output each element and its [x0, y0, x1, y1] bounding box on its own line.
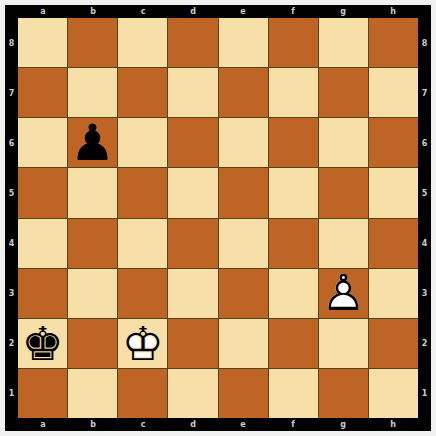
- square-h1[interactable]: [369, 369, 418, 418]
- square-e7[interactable]: [219, 68, 268, 117]
- square-f8[interactable]: [269, 18, 318, 67]
- square-g3[interactable]: ♟♙: [319, 269, 368, 318]
- square-e5[interactable]: [219, 168, 268, 217]
- file-label-b: b: [68, 418, 118, 431]
- rank-label-6: 6: [418, 118, 431, 168]
- file-label-g: g: [318, 418, 368, 431]
- square-c8[interactable]: [118, 18, 167, 67]
- square-e4[interactable]: [219, 219, 268, 268]
- square-d8[interactable]: [168, 18, 217, 67]
- square-h2[interactable]: [369, 319, 418, 368]
- file-label-e: e: [218, 5, 268, 18]
- square-a4[interactable]: [18, 219, 67, 268]
- file-label-a: a: [18, 5, 68, 18]
- square-d7[interactable]: [168, 68, 217, 117]
- file-label-f: f: [268, 5, 318, 18]
- rank-label-3: 3: [418, 268, 431, 318]
- square-b2[interactable]: [68, 319, 117, 368]
- chessboard: ♟♟♙♚♚♔: [18, 18, 418, 418]
- square-c7[interactable]: [118, 68, 167, 117]
- square-b8[interactable]: [68, 18, 117, 67]
- square-b4[interactable]: [68, 219, 117, 268]
- rank-label-6: 6: [5, 118, 18, 168]
- file-label-a: a: [18, 418, 68, 431]
- black-king-glyph: ♚: [21, 320, 63, 367]
- rank-labels-left: 87654321: [5, 18, 18, 418]
- rank-label-8: 8: [5, 18, 18, 68]
- rank-label-7: 7: [418, 68, 431, 118]
- rank-label-5: 5: [418, 168, 431, 218]
- square-g5[interactable]: [319, 168, 368, 217]
- file-labels-bottom: abcdefgh: [18, 418, 418, 431]
- square-d3[interactable]: [168, 269, 217, 318]
- square-e3[interactable]: [219, 269, 268, 318]
- file-label-b: b: [68, 5, 118, 18]
- square-e2[interactable]: [219, 319, 268, 368]
- rank-label-4: 4: [418, 218, 431, 268]
- square-a3[interactable]: [18, 269, 67, 318]
- square-g6[interactable]: [319, 118, 368, 167]
- rank-labels-right: 87654321: [418, 18, 431, 418]
- square-f6[interactable]: [269, 118, 318, 167]
- white-pawn-outline: ♙: [321, 268, 366, 318]
- file-label-c: c: [118, 5, 168, 18]
- square-f1[interactable]: [269, 369, 318, 418]
- black-king[interactable]: ♚: [18, 319, 67, 368]
- rank-label-4: 4: [5, 218, 18, 268]
- square-a2[interactable]: ♚: [18, 319, 67, 368]
- square-b3[interactable]: [68, 269, 117, 318]
- square-g4[interactable]: [319, 219, 368, 268]
- file-label-c: c: [118, 418, 168, 431]
- rank-label-8: 8: [418, 18, 431, 68]
- file-label-d: d: [168, 5, 218, 18]
- rank-label-2: 2: [418, 318, 431, 368]
- square-a1[interactable]: [18, 369, 67, 418]
- square-e8[interactable]: [219, 18, 268, 67]
- square-a7[interactable]: [18, 68, 67, 117]
- file-label-g: g: [318, 5, 368, 18]
- rank-label-1: 1: [5, 368, 18, 418]
- white-king-outline: ♔: [122, 320, 164, 367]
- square-h4[interactable]: [369, 219, 418, 268]
- square-h6[interactable]: [369, 118, 418, 167]
- square-f3[interactable]: [269, 269, 318, 318]
- file-labels-top: abcdefgh: [18, 5, 418, 18]
- square-f5[interactable]: [269, 168, 318, 217]
- rank-label-7: 7: [5, 68, 18, 118]
- square-g8[interactable]: [319, 18, 368, 67]
- rank-label-3: 3: [5, 268, 18, 318]
- square-c5[interactable]: [118, 168, 167, 217]
- square-g2[interactable]: [319, 319, 368, 368]
- black-pawn[interactable]: ♟: [68, 118, 117, 167]
- square-d4[interactable]: [168, 219, 217, 268]
- rank-label-2: 2: [5, 318, 18, 368]
- square-f7[interactable]: [269, 68, 318, 117]
- chess-diagram-page: abcdefgh abcdefgh 87654321 87654321 ♟♟♙♚…: [0, 0, 436, 436]
- square-e1[interactable]: [219, 369, 268, 418]
- square-h7[interactable]: [369, 68, 418, 117]
- black-pawn-glyph: ♟: [70, 118, 115, 168]
- board-frame: abcdefgh abcdefgh 87654321 87654321 ♟♟♙♚…: [5, 5, 431, 431]
- square-d1[interactable]: [168, 369, 217, 418]
- white-king[interactable]: ♚♔: [118, 319, 167, 368]
- square-h8[interactable]: [369, 18, 418, 67]
- square-b7[interactable]: [68, 68, 117, 117]
- square-f2[interactable]: [269, 319, 318, 368]
- square-f4[interactable]: [269, 219, 318, 268]
- square-a8[interactable]: [18, 18, 67, 67]
- square-e6[interactable]: [219, 118, 268, 167]
- square-g1[interactable]: [319, 369, 368, 418]
- square-g7[interactable]: [319, 68, 368, 117]
- square-d2[interactable]: [168, 319, 217, 368]
- rank-label-1: 1: [418, 368, 431, 418]
- square-c1[interactable]: [118, 369, 167, 418]
- square-b1[interactable]: [68, 369, 117, 418]
- file-label-e: e: [218, 418, 268, 431]
- file-label-f: f: [268, 418, 318, 431]
- square-b5[interactable]: [68, 168, 117, 217]
- white-pawn[interactable]: ♟♙: [319, 269, 368, 318]
- square-d6[interactable]: [168, 118, 217, 167]
- square-d5[interactable]: [168, 168, 217, 217]
- file-label-h: h: [368, 418, 418, 431]
- square-a5[interactable]: [18, 168, 67, 217]
- square-h5[interactable]: [369, 168, 418, 217]
- file-label-d: d: [168, 418, 218, 431]
- square-c4[interactable]: [118, 219, 167, 268]
- file-label-h: h: [368, 5, 418, 18]
- square-h3[interactable]: [369, 269, 418, 318]
- square-c2[interactable]: ♚♔: [118, 319, 167, 368]
- square-a6[interactable]: [18, 118, 67, 167]
- square-c3[interactable]: [118, 269, 167, 318]
- square-c6[interactable]: [118, 118, 167, 167]
- square-b6[interactable]: ♟: [68, 118, 117, 167]
- rank-label-5: 5: [5, 168, 18, 218]
